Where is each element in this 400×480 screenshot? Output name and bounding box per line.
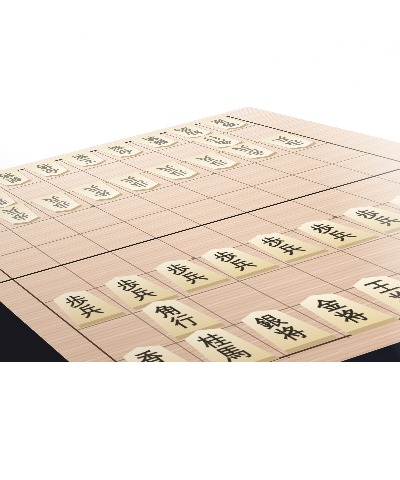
piece-kanji: 将: [270, 324, 313, 343]
piece-kanji: 将: [330, 307, 374, 325]
piece-kanji: 香: [132, 349, 172, 362]
piece-kanji: 兵: [73, 303, 107, 319]
shogi-board: 香車桂馬銀将金将玉将金将銀将桂馬香車飛車角行歩兵歩兵歩兵歩兵歩兵歩兵歩兵歩兵歩兵…: [0, 116, 400, 362]
piece-kanji: 兵: [224, 258, 260, 272]
piece-kanji: 馬: [212, 343, 255, 362]
piece-kanji: 歩: [396, 196, 400, 207]
piece-kanji: 兵: [176, 270, 211, 284]
photo-frame: 香車桂馬銀将金将玉将金将銀将桂馬香車飛車角行歩兵歩兵歩兵歩兵歩兵歩兵歩兵歩兵歩兵…: [0, 0, 400, 362]
piece-kanji: 兵: [125, 286, 159, 301]
piece-kanji: 行: [165, 313, 203, 330]
piece-kanji: 兵: [323, 229, 360, 242]
piece-kanji: 兵: [368, 215, 400, 227]
piece-kanji: 兵: [273, 242, 309, 255]
product-photo-stage: 香車桂馬銀将金将玉将金将銀将桂馬香車飛車角行歩兵歩兵歩兵歩兵歩兵歩兵歩兵歩兵歩兵…: [0, 0, 400, 480]
